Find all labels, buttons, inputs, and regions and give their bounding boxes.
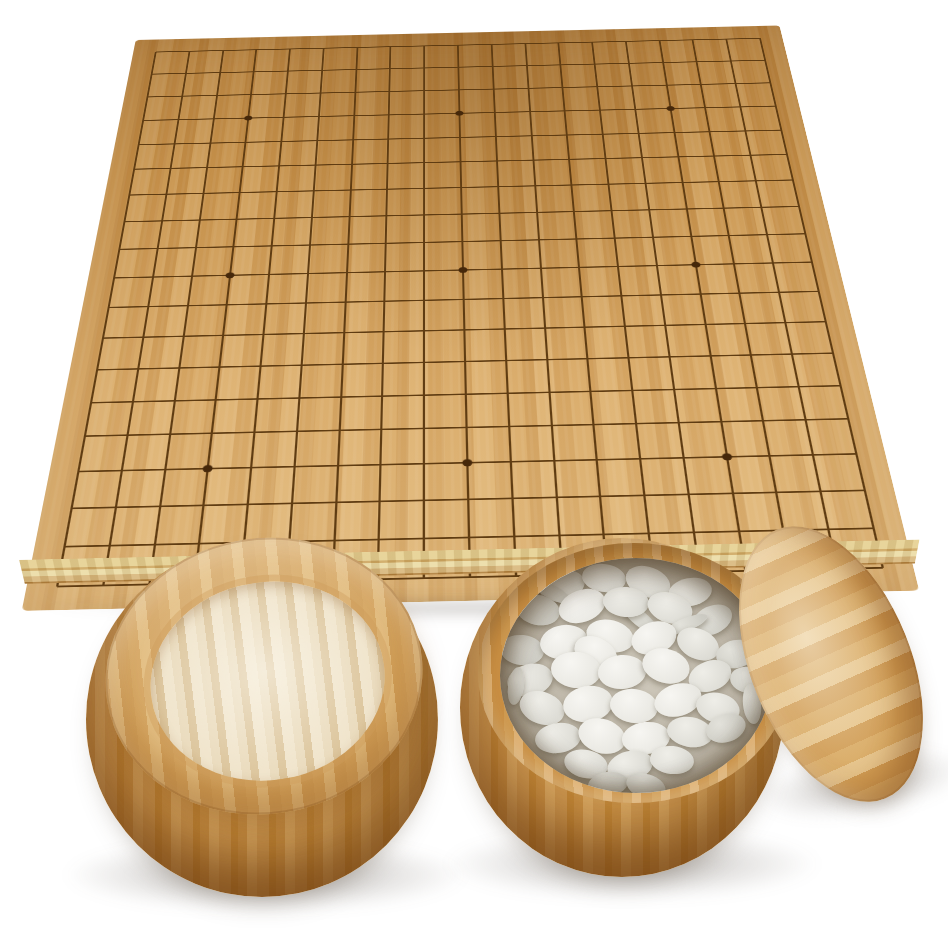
star-point-10-16 [462,459,472,466]
grid-line-vertical-1 [56,52,157,587]
grid-line-horizontal-11 [109,291,819,308]
grid-line-vertical-9 [423,46,425,578]
grid-line-horizontal-16 [78,453,856,472]
grid-line-vertical-12 [524,44,563,575]
grid-line-vertical-14 [591,42,654,573]
star-point-16-10 [691,262,701,268]
grid-line-vertical-6 [285,48,324,581]
grid-line-horizontal-15 [85,418,849,437]
grid-line-vertical-19 [759,38,884,568]
grid-line-vertical-4 [194,50,258,584]
grid-line-vertical-2 [102,51,190,585]
star-point-10-4 [455,111,463,116]
grid-line-horizontal-13 [97,352,833,370]
grid-line-vertical-7 [331,47,358,580]
star-point-4-10 [226,272,236,278]
white-stone-40 [649,744,696,776]
grid-line-horizontal-14 [91,385,841,403]
go-grid [57,38,883,586]
white-stones-pile [500,558,772,793]
white-stone-13 [500,633,545,667]
grid-line-vertical-15 [625,41,701,572]
go-board [22,25,920,611]
star-point-10-10 [458,267,467,273]
grid-line-vertical-10 [457,45,471,577]
go-board-surface [22,25,920,611]
closed-bowl-lid-inset [136,564,400,797]
grid-line-vertical-3 [148,50,224,584]
star-point-16-4 [666,106,675,111]
star-point-4-4 [244,115,253,120]
grid-line-vertical-8 [377,47,392,580]
grid-line-vertical-11 [491,44,517,576]
star-point-16-16 [721,453,732,460]
star-point-4-16 [203,465,214,472]
grid-line-horizontal-12 [103,321,826,339]
white-stone-30 [608,686,660,726]
grid-line-vertical-16 [658,41,746,571]
go-set-product-photo [0,0,948,928]
grid-line-horizontal-17 [71,490,865,510]
grid-line-vertical-18 [726,39,838,569]
